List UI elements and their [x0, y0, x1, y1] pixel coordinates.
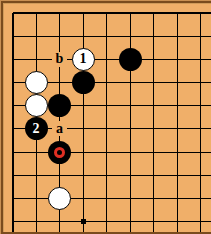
intersection	[95, 3, 119, 25]
intersection	[165, 210, 189, 232]
intersection	[189, 187, 211, 210]
intersection	[142, 164, 166, 187]
point-label-a: a	[52, 121, 67, 136]
intersection	[95, 48, 119, 71]
intersection	[24, 3, 48, 25]
intersection	[165, 48, 189, 71]
intersection	[118, 141, 142, 164]
intersection	[71, 94, 95, 117]
intersection	[24, 48, 48, 71]
intersection	[142, 48, 166, 71]
intersection	[118, 117, 142, 140]
intersection	[71, 141, 95, 164]
intersection	[3, 71, 24, 94]
intersection	[95, 187, 119, 210]
intersection	[189, 71, 211, 94]
intersection	[165, 164, 189, 187]
go-diagram: 12ba	[0, 0, 211, 234]
intersection	[189, 48, 211, 71]
intersection	[3, 3, 24, 25]
intersection	[48, 3, 72, 25]
intersection	[3, 117, 24, 140]
intersection	[165, 141, 189, 164]
intersection	[142, 210, 166, 232]
intersection	[71, 25, 95, 48]
intersection	[48, 71, 72, 94]
intersection	[95, 117, 119, 140]
intersection	[142, 141, 166, 164]
board-frame: 12ba	[1, 1, 211, 234]
intersection	[142, 3, 166, 25]
intersection	[165, 71, 189, 94]
intersection	[24, 210, 48, 232]
intersection	[71, 117, 95, 140]
intersection	[142, 94, 166, 117]
goban: 12ba	[3, 3, 211, 232]
intersection	[95, 71, 119, 94]
intersection	[3, 164, 24, 187]
intersection	[165, 3, 189, 25]
intersection	[95, 25, 119, 48]
intersection	[95, 94, 119, 117]
stone-white-D17: 1	[72, 48, 95, 71]
intersection	[3, 210, 24, 232]
intersection	[118, 71, 142, 94]
intersection	[165, 25, 189, 48]
intersection	[142, 117, 166, 140]
intersection	[118, 187, 142, 210]
intersection	[118, 25, 142, 48]
intersection	[24, 141, 48, 164]
intersection	[118, 210, 142, 232]
intersection	[71, 164, 95, 187]
intersection	[24, 164, 48, 187]
intersection	[3, 141, 24, 164]
intersection	[24, 25, 48, 48]
intersection	[189, 94, 211, 117]
intersection	[95, 141, 119, 164]
stone-black-B14: 2	[25, 117, 48, 140]
stone-black-F17	[119, 48, 142, 71]
stone-white-B15	[25, 94, 48, 117]
star-point-D10	[81, 219, 86, 224]
intersection	[189, 141, 211, 164]
intersection	[189, 164, 211, 187]
intersection	[3, 187, 24, 210]
intersection	[48, 25, 72, 48]
intersection	[165, 94, 189, 117]
intersection	[165, 187, 189, 210]
goban-grid: 12ba	[3, 3, 211, 232]
stone-white-C11	[48, 187, 71, 210]
intersection	[3, 48, 24, 71]
intersection	[118, 164, 142, 187]
stone-black-C13-circled	[48, 141, 71, 164]
point-label-b: b	[52, 52, 67, 67]
intersection	[71, 187, 95, 210]
intersection	[118, 94, 142, 117]
intersection	[95, 164, 119, 187]
intersection	[24, 187, 48, 210]
intersection	[118, 3, 142, 25]
intersection	[189, 210, 211, 232]
intersection	[71, 3, 95, 25]
intersection	[95, 210, 119, 232]
intersection	[48, 164, 72, 187]
stone-black-D16	[72, 71, 95, 94]
intersection	[142, 71, 166, 94]
intersection	[189, 3, 211, 25]
circle-marker	[54, 147, 65, 158]
intersection	[189, 25, 211, 48]
intersection	[48, 210, 72, 232]
intersection	[142, 25, 166, 48]
intersection	[142, 187, 166, 210]
intersection	[3, 94, 24, 117]
stone-white-B16	[25, 71, 48, 94]
intersection	[189, 117, 211, 140]
intersection	[165, 117, 189, 140]
intersection	[3, 25, 24, 48]
